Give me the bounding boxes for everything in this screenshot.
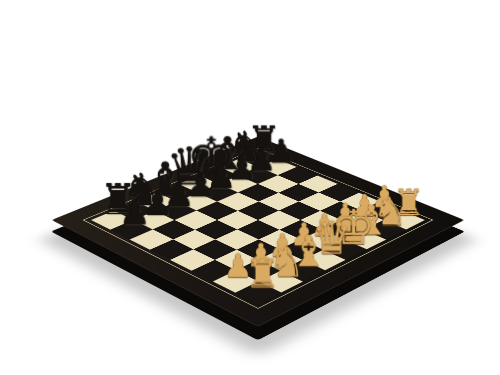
piece-black-bishop: ♝ [144,156,173,203]
square-a8: ♜ [91,211,133,230]
product-photo: ♜♞♝♛♚♝♞♜♟♟♟♟♟♟♟♟♟♟♟♟♟♟♟♟♜♞♝♛♚♝♞♜ [0,0,500,375]
piece-white-pawn: ♟ [370,182,399,212]
square-d5 [216,211,258,230]
square-h1: ♜ [383,211,425,230]
piece-white-rook: ♜ [392,185,422,221]
board-frame: ♜♞♝♛♚♝♞♜♟♟♟♟♟♟♟♟♟♟♟♟♟♟♟♟♜♞♝♛♚♝♞♜ [52,137,465,327]
piece-black-rook: ♜ [247,121,274,160]
chess-board: ♜♞♝♛♚♝♞♜♟♟♟♟♟♟♟♟♟♟♟♟♟♟♟♟♜♞♝♛♚♝♞♜ [52,137,465,327]
piece-black-pawn: ♟ [266,135,293,168]
square-f3 [300,211,342,230]
square-e1: ♚ [323,239,366,259]
